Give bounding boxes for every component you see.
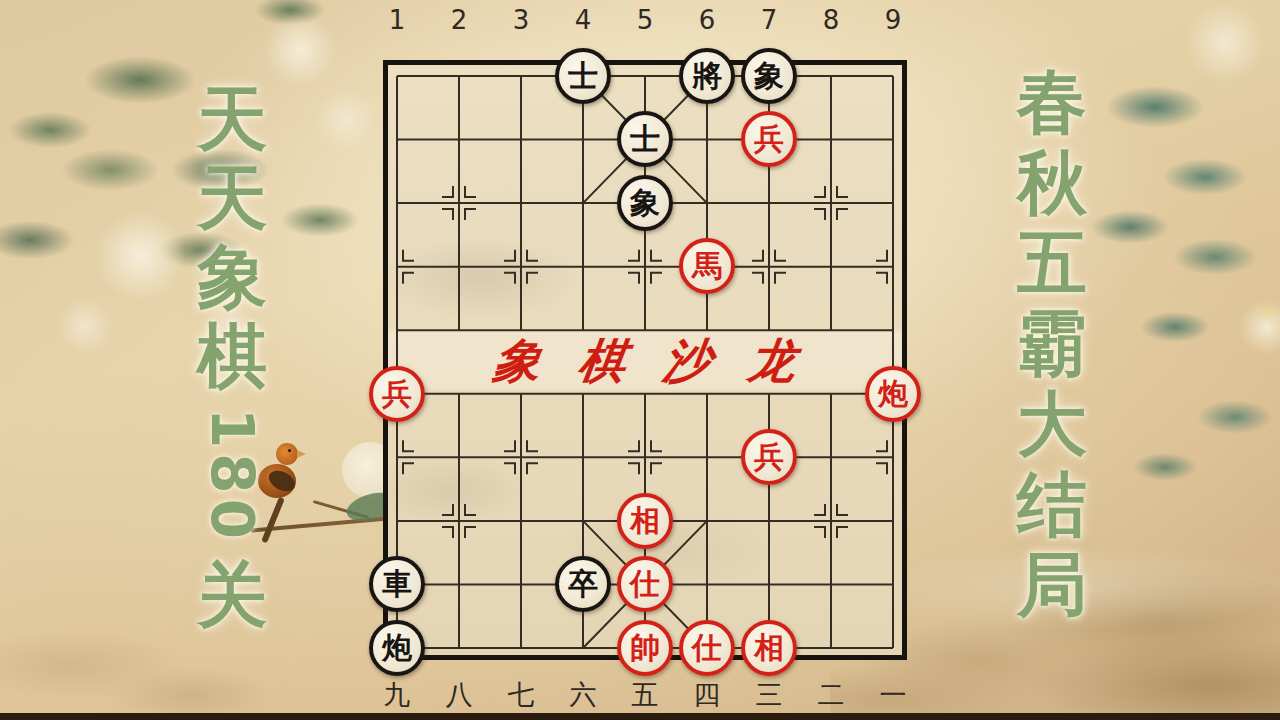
file-label-top: 8 <box>800 5 862 35</box>
piece-black-卒-4-9[interactable]: 卒 <box>555 556 611 612</box>
piece-red-相-7-10[interactable]: 相 <box>741 620 797 676</box>
left-title-char: 天 <box>189 159 275 238</box>
file-label-top: 7 <box>738 5 800 35</box>
file-label-bottom: 四 <box>676 679 738 711</box>
bird-beak <box>297 450 306 458</box>
piece-red-仕-5-9[interactable]: 仕 <box>617 556 673 612</box>
piece-red-相-5-8[interactable]: 相 <box>617 493 673 549</box>
piece-black-象-7-1[interactable]: 象 <box>741 48 797 104</box>
xiangqi-screenshot-root: 天天象棋 180 关 春秋五霸大结局 123456789 象棋沙龙 士將象士兵象… <box>0 0 1280 720</box>
piece-black-炮-1-10[interactable]: 炮 <box>369 620 425 676</box>
piece-red-兵-1-6[interactable]: 兵 <box>369 366 425 422</box>
file-label-bottom: 六 <box>552 679 614 711</box>
file-label-bottom: 九 <box>366 679 428 711</box>
piece-black-將-6-1[interactable]: 將 <box>679 48 735 104</box>
file-label-bottom: 五 <box>614 679 676 711</box>
right-title-char: 大 <box>1010 384 1094 465</box>
bird-head <box>276 443 298 465</box>
right-title-char: 春 <box>1010 62 1094 143</box>
left-title-char: 棋 <box>189 317 275 396</box>
right-title-char: 局 <box>1010 545 1094 626</box>
left-title-char: 天 <box>189 80 275 159</box>
file-label-top: 5 <box>614 5 676 35</box>
right-title-char: 秋 <box>1010 143 1094 224</box>
bottom-edge-bar <box>0 713 1280 720</box>
bird-eye <box>288 449 291 452</box>
file-label-top: 1 <box>366 5 428 35</box>
file-label-top: 4 <box>552 5 614 35</box>
right-title-char: 五 <box>1010 223 1094 304</box>
right-banner-title: 春秋五霸大结局 <box>1010 62 1094 626</box>
piece-red-炮-9-6[interactable]: 炮 <box>865 366 921 422</box>
file-label-top: 3 <box>490 5 552 35</box>
piece-layer: 士將象士兵象馬兵炮兵相車卒仕炮帥仕相 <box>366 44 924 680</box>
file-label-bottom: 二 <box>800 679 862 711</box>
piece-black-士-5-2[interactable]: 士 <box>617 111 673 167</box>
piece-black-象-5-3[interactable]: 象 <box>617 175 673 231</box>
file-label-bottom: 三 <box>738 679 800 711</box>
file-numbers-bottom: 九八七六五四三二一 <box>366 679 924 711</box>
peony-flowers-right <box>1085 0 1280 555</box>
file-label-bottom: 一 <box>862 679 924 711</box>
file-label-top: 2 <box>428 5 490 35</box>
piece-red-兵-7-2[interactable]: 兵 <box>741 111 797 167</box>
file-label-bottom: 八 <box>428 679 490 711</box>
right-title-char: 结 <box>1010 465 1094 546</box>
piece-black-車-1-9[interactable]: 車 <box>369 556 425 612</box>
piece-red-仕-6-10[interactable]: 仕 <box>679 620 735 676</box>
file-label-bottom: 七 <box>490 679 552 711</box>
file-label-top: 9 <box>862 5 924 35</box>
left-title-suffix: 关 <box>189 556 275 635</box>
piece-red-兵-7-7[interactable]: 兵 <box>741 429 797 485</box>
piece-red-帥-5-10[interactable]: 帥 <box>617 620 673 676</box>
right-title-char: 霸 <box>1010 304 1094 385</box>
file-label-top: 6 <box>676 5 738 35</box>
left-banner-title: 天天象棋 180 关 <box>189 80 275 635</box>
level-number-rotated: 180 <box>189 396 275 556</box>
level-number-text: 180 <box>198 408 266 544</box>
piece-red-馬-6-4[interactable]: 馬 <box>679 238 735 294</box>
piece-black-士-4-1[interactable]: 士 <box>555 48 611 104</box>
left-title-char: 象 <box>189 238 275 317</box>
file-numbers-top: 123456789 <box>366 5 924 35</box>
